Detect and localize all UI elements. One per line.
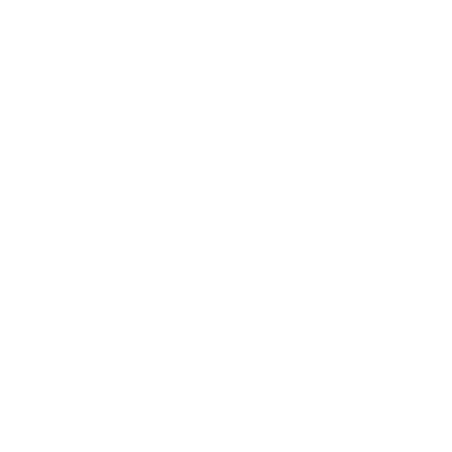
square-r7c3 xyxy=(168,97,440,172)
square-r6c8 xyxy=(168,97,440,172)
product-photo-scene xyxy=(0,0,452,452)
square-r8c4 xyxy=(168,97,440,172)
square-r1c1 xyxy=(168,97,440,172)
square-r4c5 xyxy=(168,97,440,172)
square-r6c6 xyxy=(168,97,440,172)
square-r7c4 xyxy=(168,97,440,172)
square-r4c2 xyxy=(168,97,440,172)
chess-board xyxy=(20,97,440,351)
square-r6c5 xyxy=(168,97,440,172)
inlay-pinstripe xyxy=(168,97,440,172)
square-r1c5 xyxy=(168,97,440,172)
frame-outer-rim xyxy=(168,97,440,172)
square-r2c6 xyxy=(168,97,440,172)
square-r8c6 xyxy=(168,97,440,172)
square-r5c5 xyxy=(168,97,440,172)
square-r7c7 xyxy=(168,97,440,172)
square-r5c6 xyxy=(168,97,440,172)
square-r8c8 xyxy=(168,97,440,172)
square-r3c6 xyxy=(168,97,440,172)
square-r3c2 xyxy=(168,97,440,172)
square-r3c7 xyxy=(168,97,440,172)
square-r7c5 xyxy=(168,97,440,172)
square-r8c7 xyxy=(168,97,440,172)
square-r3c3 xyxy=(168,97,440,172)
square-r4c1 xyxy=(168,97,440,172)
square-r1c3 xyxy=(168,97,440,172)
playing-field xyxy=(168,97,440,172)
square-r8c1 xyxy=(168,97,440,172)
square-r8c2 xyxy=(168,97,440,172)
square-r7c2 xyxy=(168,97,440,172)
square-r5c7 xyxy=(168,97,440,172)
square-r3c5 xyxy=(168,97,440,172)
lighting-sheen xyxy=(168,97,440,172)
square-r1c2 xyxy=(168,97,440,172)
square-r6c2 xyxy=(168,97,440,172)
square-r2c8 xyxy=(168,97,440,172)
square-r1c6 xyxy=(168,97,440,172)
square-r8c5 xyxy=(168,97,440,172)
square-r3c4 xyxy=(168,97,440,172)
square-r2c5 xyxy=(168,97,440,172)
square-r2c4 xyxy=(168,97,440,172)
square-r4c4 xyxy=(168,97,440,172)
square-r5c8 xyxy=(168,97,440,172)
square-r2c1 xyxy=(168,97,440,172)
square-r5c1 xyxy=(168,97,440,172)
square-r7c8 xyxy=(168,97,440,172)
square-r6c1 xyxy=(168,97,440,172)
board-frame-front xyxy=(168,97,440,172)
square-r6c4 xyxy=(168,97,440,172)
square-r7c1 xyxy=(168,97,440,172)
board-frame-right xyxy=(168,97,440,172)
square-r5c3 xyxy=(168,97,440,172)
square-r3c8 xyxy=(168,97,440,172)
square-r5c2 xyxy=(168,97,440,172)
board-frame-left xyxy=(168,97,440,172)
square-r1c7 xyxy=(168,97,440,172)
square-r6c7 xyxy=(168,97,440,172)
square-r4c6 xyxy=(168,97,440,172)
square-r1c4 xyxy=(168,97,440,172)
square-r3c1 xyxy=(168,97,440,172)
square-r8c3 xyxy=(168,97,440,172)
square-r4c8 xyxy=(168,97,440,172)
square-r1c8 xyxy=(168,97,440,172)
square-r2c7 xyxy=(168,97,440,172)
square-r5c4 xyxy=(168,97,440,172)
square-r4c3 xyxy=(168,97,440,172)
square-r7c6 xyxy=(168,97,440,172)
square-r2c2 xyxy=(168,97,440,172)
square-r2c3 xyxy=(168,97,440,172)
square-r6c3 xyxy=(168,97,440,172)
board-frame-back xyxy=(168,97,440,172)
square-r4c7 xyxy=(168,97,440,172)
